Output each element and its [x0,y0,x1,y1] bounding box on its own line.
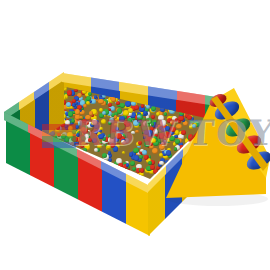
ramp-rollers [0,0,270,270]
product-photo-ball-pit: RBWTOY [0,0,270,270]
